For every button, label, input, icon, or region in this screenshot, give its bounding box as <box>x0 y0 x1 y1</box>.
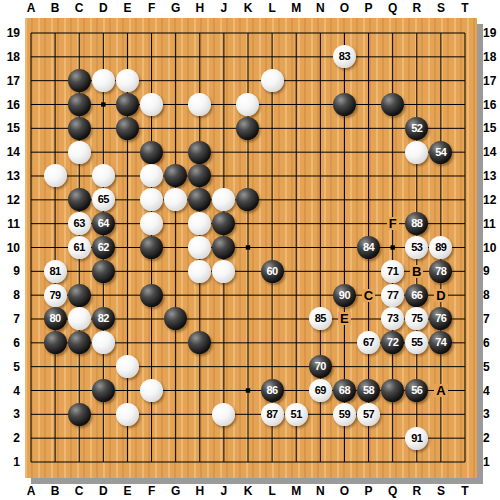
intersection-C11[interactable]: 63 <box>67 212 91 236</box>
intersection-C16[interactable] <box>67 93 91 117</box>
intersection-P10[interactable]: 84 <box>356 236 380 260</box>
intersection-C17[interactable] <box>67 69 91 93</box>
intersection-F14[interactable] <box>140 140 164 164</box>
intersection-O18[interactable]: 83 <box>332 45 356 69</box>
intersection-D16[interactable] <box>91 93 115 117</box>
intersection-G2[interactable] <box>164 426 188 450</box>
intersection-B19[interactable] <box>43 21 67 45</box>
intersection-C1[interactable] <box>67 450 91 474</box>
intersection-Q2[interactable] <box>381 426 405 450</box>
intersection-G11[interactable] <box>164 212 188 236</box>
intersection-O6[interactable] <box>332 331 356 355</box>
intersection-Q15[interactable] <box>381 116 405 140</box>
intersection-D14[interactable] <box>91 140 115 164</box>
intersection-G15[interactable] <box>164 116 188 140</box>
intersection-P17[interactable] <box>356 69 380 93</box>
intersection-S2[interactable] <box>429 426 453 450</box>
intersection-E17[interactable] <box>115 69 139 93</box>
intersection-M11[interactable] <box>284 212 308 236</box>
intersection-D7[interactable]: 82 <box>91 307 115 331</box>
intersection-L10[interactable] <box>260 236 284 260</box>
intersection-A19[interactable] <box>19 21 43 45</box>
intersection-L1[interactable] <box>260 450 284 474</box>
intersection-F1[interactable] <box>140 450 164 474</box>
intersection-E4[interactable] <box>115 379 139 403</box>
intersection-F9[interactable] <box>140 259 164 283</box>
intersection-E16[interactable] <box>115 93 139 117</box>
intersection-F10[interactable] <box>140 236 164 260</box>
intersection-L19[interactable] <box>260 21 284 45</box>
intersection-P1[interactable] <box>356 450 380 474</box>
intersection-E19[interactable] <box>115 21 139 45</box>
intersection-Q6[interactable]: 72 <box>381 331 405 355</box>
intersection-N7[interactable]: 85 <box>308 307 332 331</box>
intersection-R9[interactable]: B <box>405 259 429 283</box>
intersection-R14[interactable] <box>405 140 429 164</box>
intersection-Q9[interactable]: 71 <box>381 259 405 283</box>
intersection-F3[interactable] <box>140 402 164 426</box>
intersection-H19[interactable] <box>188 21 212 45</box>
intersection-J7[interactable] <box>212 307 236 331</box>
intersection-D11[interactable]: 64 <box>91 212 115 236</box>
intersection-M12[interactable] <box>284 188 308 212</box>
intersection-A1[interactable] <box>19 450 43 474</box>
intersection-S16[interactable] <box>429 93 453 117</box>
intersection-O17[interactable] <box>332 69 356 93</box>
intersection-Q10[interactable] <box>381 236 405 260</box>
intersection-H11[interactable] <box>188 212 212 236</box>
intersection-Q17[interactable] <box>381 69 405 93</box>
intersection-B8[interactable]: 79 <box>43 283 67 307</box>
intersection-G14[interactable] <box>164 140 188 164</box>
intersection-T5[interactable] <box>453 355 477 379</box>
intersection-A10[interactable] <box>19 236 43 260</box>
intersection-N9[interactable] <box>308 259 332 283</box>
intersection-T4[interactable] <box>453 379 477 403</box>
intersection-A6[interactable] <box>19 331 43 355</box>
intersection-D18[interactable] <box>91 45 115 69</box>
intersection-N18[interactable] <box>308 45 332 69</box>
intersection-O14[interactable] <box>332 140 356 164</box>
intersection-A11[interactable] <box>19 212 43 236</box>
intersection-D1[interactable] <box>91 450 115 474</box>
intersection-T7[interactable] <box>453 307 477 331</box>
intersection-N1[interactable] <box>308 450 332 474</box>
intersection-J11[interactable] <box>212 212 236 236</box>
intersection-D9[interactable] <box>91 259 115 283</box>
intersection-T8[interactable] <box>453 283 477 307</box>
intersection-Q14[interactable] <box>381 140 405 164</box>
intersection-E5[interactable] <box>115 355 139 379</box>
intersection-S13[interactable] <box>429 164 453 188</box>
intersection-H9[interactable] <box>188 259 212 283</box>
intersection-N4[interactable]: 69 <box>308 379 332 403</box>
intersection-J19[interactable] <box>212 21 236 45</box>
intersection-S9[interactable]: 78 <box>429 259 453 283</box>
intersection-B17[interactable] <box>43 69 67 93</box>
intersection-P13[interactable] <box>356 164 380 188</box>
intersection-B14[interactable] <box>43 140 67 164</box>
intersection-L11[interactable] <box>260 212 284 236</box>
intersection-L6[interactable] <box>260 331 284 355</box>
intersection-K8[interactable] <box>236 283 260 307</box>
intersection-S15[interactable] <box>429 116 453 140</box>
intersection-B16[interactable] <box>43 93 67 117</box>
intersection-D19[interactable] <box>91 21 115 45</box>
intersection-K6[interactable] <box>236 331 260 355</box>
intersection-M18[interactable] <box>284 45 308 69</box>
intersection-J18[interactable] <box>212 45 236 69</box>
intersection-C19[interactable] <box>67 21 91 45</box>
intersection-B13[interactable] <box>43 164 67 188</box>
intersection-J17[interactable] <box>212 69 236 93</box>
intersection-Q7[interactable]: 73 <box>381 307 405 331</box>
intersection-R5[interactable] <box>405 355 429 379</box>
intersection-G10[interactable] <box>164 236 188 260</box>
intersection-H7[interactable] <box>188 307 212 331</box>
intersection-C12[interactable] <box>67 188 91 212</box>
intersection-A8[interactable] <box>19 283 43 307</box>
intersection-D10[interactable]: 62 <box>91 236 115 260</box>
intersection-A9[interactable] <box>19 259 43 283</box>
intersection-S12[interactable] <box>429 188 453 212</box>
intersection-B9[interactable]: 81 <box>43 259 67 283</box>
intersection-M10[interactable] <box>284 236 308 260</box>
intersection-M15[interactable] <box>284 116 308 140</box>
intersection-B7[interactable]: 80 <box>43 307 67 331</box>
intersection-Q13[interactable] <box>381 164 405 188</box>
intersection-Q1[interactable] <box>381 450 405 474</box>
intersection-A7[interactable] <box>19 307 43 331</box>
intersection-H17[interactable] <box>188 69 212 93</box>
intersection-T17[interactable] <box>453 69 477 93</box>
intersection-Q4[interactable] <box>381 379 405 403</box>
intersection-A18[interactable] <box>19 45 43 69</box>
intersection-N16[interactable] <box>308 93 332 117</box>
intersection-F5[interactable] <box>140 355 164 379</box>
intersection-M2[interactable] <box>284 426 308 450</box>
intersection-D4[interactable] <box>91 379 115 403</box>
intersection-H5[interactable] <box>188 355 212 379</box>
intersection-G3[interactable] <box>164 402 188 426</box>
intersection-J3[interactable] <box>212 402 236 426</box>
intersection-P3[interactable]: 57 <box>356 402 380 426</box>
intersection-F12[interactable] <box>140 188 164 212</box>
intersection-F15[interactable] <box>140 116 164 140</box>
intersection-E13[interactable] <box>115 164 139 188</box>
intersection-L3[interactable]: 87 <box>260 402 284 426</box>
intersection-Q18[interactable] <box>381 45 405 69</box>
intersection-E12[interactable] <box>115 188 139 212</box>
intersection-C8[interactable] <box>67 283 91 307</box>
intersection-M9[interactable] <box>284 259 308 283</box>
intersection-K10[interactable] <box>236 236 260 260</box>
intersection-S8[interactable]: D <box>429 283 453 307</box>
intersection-N3[interactable] <box>308 402 332 426</box>
intersection-L5[interactable] <box>260 355 284 379</box>
intersection-D6[interactable] <box>91 331 115 355</box>
intersection-E3[interactable] <box>115 402 139 426</box>
intersection-B1[interactable] <box>43 450 67 474</box>
intersection-R17[interactable] <box>405 69 429 93</box>
intersection-G1[interactable] <box>164 450 188 474</box>
intersection-M6[interactable] <box>284 331 308 355</box>
intersection-A3[interactable] <box>19 402 43 426</box>
intersection-T2[interactable] <box>453 426 477 450</box>
intersection-G8[interactable] <box>164 283 188 307</box>
intersection-S6[interactable]: 74 <box>429 331 453 355</box>
intersection-T9[interactable] <box>453 259 477 283</box>
intersection-K15[interactable] <box>236 116 260 140</box>
intersection-T18[interactable] <box>453 45 477 69</box>
intersection-Q16[interactable] <box>381 93 405 117</box>
intersection-K11[interactable] <box>236 212 260 236</box>
intersection-J16[interactable] <box>212 93 236 117</box>
intersection-H3[interactable] <box>188 402 212 426</box>
intersection-S19[interactable] <box>429 21 453 45</box>
intersection-J6[interactable] <box>212 331 236 355</box>
intersection-P2[interactable] <box>356 426 380 450</box>
intersection-H8[interactable] <box>188 283 212 307</box>
intersection-E1[interactable] <box>115 450 139 474</box>
intersection-K9[interactable] <box>236 259 260 283</box>
intersection-P16[interactable] <box>356 93 380 117</box>
intersection-J5[interactable] <box>212 355 236 379</box>
intersection-L7[interactable] <box>260 307 284 331</box>
intersection-K16[interactable] <box>236 93 260 117</box>
intersection-N17[interactable] <box>308 69 332 93</box>
intersection-H18[interactable] <box>188 45 212 69</box>
intersection-B5[interactable] <box>43 355 67 379</box>
intersection-O4[interactable]: 68 <box>332 379 356 403</box>
intersection-D8[interactable] <box>91 283 115 307</box>
intersection-A2[interactable] <box>19 426 43 450</box>
intersection-N19[interactable] <box>308 21 332 45</box>
intersection-B2[interactable] <box>43 426 67 450</box>
intersection-P19[interactable] <box>356 21 380 45</box>
intersection-O11[interactable] <box>332 212 356 236</box>
intersection-A17[interactable] <box>19 69 43 93</box>
intersection-K5[interactable] <box>236 355 260 379</box>
intersection-M13[interactable] <box>284 164 308 188</box>
intersection-D3[interactable] <box>91 402 115 426</box>
intersection-M14[interactable] <box>284 140 308 164</box>
intersection-R8[interactable]: 66 <box>405 283 429 307</box>
intersection-N14[interactable] <box>308 140 332 164</box>
intersection-H14[interactable] <box>188 140 212 164</box>
intersection-K14[interactable] <box>236 140 260 164</box>
intersection-D15[interactable] <box>91 116 115 140</box>
intersection-H12[interactable] <box>188 188 212 212</box>
intersection-R10[interactable]: 53 <box>405 236 429 260</box>
intersection-J10[interactable] <box>212 236 236 260</box>
intersection-C7[interactable] <box>67 307 91 331</box>
intersection-J2[interactable] <box>212 426 236 450</box>
intersection-H2[interactable] <box>188 426 212 450</box>
intersection-N8[interactable] <box>308 283 332 307</box>
intersection-O10[interactable] <box>332 236 356 260</box>
intersection-G7[interactable] <box>164 307 188 331</box>
intersection-K3[interactable] <box>236 402 260 426</box>
intersection-M8[interactable] <box>284 283 308 307</box>
intersection-H13[interactable] <box>188 164 212 188</box>
intersection-C13[interactable] <box>67 164 91 188</box>
intersection-S18[interactable] <box>429 45 453 69</box>
intersection-A15[interactable] <box>19 116 43 140</box>
intersection-J14[interactable] <box>212 140 236 164</box>
intersection-D2[interactable] <box>91 426 115 450</box>
intersection-A4[interactable] <box>19 379 43 403</box>
intersection-F13[interactable] <box>140 164 164 188</box>
intersection-L17[interactable] <box>260 69 284 93</box>
intersection-S10[interactable]: 89 <box>429 236 453 260</box>
intersection-M4[interactable] <box>284 379 308 403</box>
intersection-P18[interactable] <box>356 45 380 69</box>
intersection-Q8[interactable]: 77 <box>381 283 405 307</box>
intersection-B12[interactable] <box>43 188 67 212</box>
intersection-K18[interactable] <box>236 45 260 69</box>
intersection-S11[interactable] <box>429 212 453 236</box>
intersection-R16[interactable] <box>405 93 429 117</box>
intersection-R11[interactable]: 88 <box>405 212 429 236</box>
intersection-D13[interactable] <box>91 164 115 188</box>
intersection-O8[interactable]: 90 <box>332 283 356 307</box>
intersection-K4[interactable] <box>236 379 260 403</box>
intersection-F17[interactable] <box>140 69 164 93</box>
intersection-L18[interactable] <box>260 45 284 69</box>
intersection-O12[interactable] <box>332 188 356 212</box>
intersection-R18[interactable] <box>405 45 429 69</box>
intersection-E8[interactable] <box>115 283 139 307</box>
intersection-F19[interactable] <box>140 21 164 45</box>
intersection-G12[interactable] <box>164 188 188 212</box>
intersection-G9[interactable] <box>164 259 188 283</box>
intersection-F16[interactable] <box>140 93 164 117</box>
intersection-E10[interactable] <box>115 236 139 260</box>
intersection-G6[interactable] <box>164 331 188 355</box>
intersection-O19[interactable] <box>332 21 356 45</box>
intersection-T1[interactable] <box>453 450 477 474</box>
intersection-M19[interactable] <box>284 21 308 45</box>
intersection-R15[interactable]: 52 <box>405 116 429 140</box>
intersection-B11[interactable] <box>43 212 67 236</box>
intersection-R19[interactable] <box>405 21 429 45</box>
intersection-T11[interactable] <box>453 212 477 236</box>
intersection-H15[interactable] <box>188 116 212 140</box>
intersection-N12[interactable] <box>308 188 332 212</box>
intersection-Q12[interactable] <box>381 188 405 212</box>
intersection-J4[interactable] <box>212 379 236 403</box>
intersection-O7[interactable]: E <box>332 307 356 331</box>
intersection-R4[interactable]: 56 <box>405 379 429 403</box>
intersection-F11[interactable] <box>140 212 164 236</box>
intersection-G5[interactable] <box>164 355 188 379</box>
intersection-J12[interactable] <box>212 188 236 212</box>
intersection-L8[interactable] <box>260 283 284 307</box>
intersection-Q5[interactable] <box>381 355 405 379</box>
intersection-L13[interactable] <box>260 164 284 188</box>
intersection-R6[interactable]: 55 <box>405 331 429 355</box>
intersection-O13[interactable] <box>332 164 356 188</box>
intersection-T15[interactable] <box>453 116 477 140</box>
intersection-F8[interactable] <box>140 283 164 307</box>
intersection-D17[interactable] <box>91 69 115 93</box>
intersection-B4[interactable] <box>43 379 67 403</box>
intersection-C15[interactable] <box>67 116 91 140</box>
intersection-J1[interactable] <box>212 450 236 474</box>
intersection-D12[interactable]: 65 <box>91 188 115 212</box>
intersection-E9[interactable] <box>115 259 139 283</box>
intersection-L9[interactable]: 60 <box>260 259 284 283</box>
intersection-E14[interactable] <box>115 140 139 164</box>
intersection-C4[interactable] <box>67 379 91 403</box>
intersection-S17[interactable] <box>429 69 453 93</box>
intersection-N11[interactable] <box>308 212 332 236</box>
intersection-C9[interactable] <box>67 259 91 283</box>
intersection-B3[interactable] <box>43 402 67 426</box>
intersection-B6[interactable] <box>43 331 67 355</box>
intersection-R3[interactable] <box>405 402 429 426</box>
intersection-P12[interactable] <box>356 188 380 212</box>
intersection-E18[interactable] <box>115 45 139 69</box>
intersection-K7[interactable] <box>236 307 260 331</box>
intersection-T16[interactable] <box>453 93 477 117</box>
intersection-K12[interactable] <box>236 188 260 212</box>
intersection-H4[interactable] <box>188 379 212 403</box>
intersection-T3[interactable] <box>453 402 477 426</box>
intersection-G16[interactable] <box>164 93 188 117</box>
intersection-P4[interactable]: 58 <box>356 379 380 403</box>
intersection-K13[interactable] <box>236 164 260 188</box>
intersection-L4[interactable]: 86 <box>260 379 284 403</box>
intersection-E6[interactable] <box>115 331 139 355</box>
intersection-F2[interactable] <box>140 426 164 450</box>
intersection-T13[interactable] <box>453 164 477 188</box>
intersection-L14[interactable] <box>260 140 284 164</box>
intersection-Q11[interactable]: F <box>381 212 405 236</box>
intersection-K19[interactable] <box>236 21 260 45</box>
intersection-P6[interactable]: 67 <box>356 331 380 355</box>
intersection-S5[interactable] <box>429 355 453 379</box>
intersection-O1[interactable] <box>332 450 356 474</box>
intersection-A5[interactable] <box>19 355 43 379</box>
intersection-T12[interactable] <box>453 188 477 212</box>
intersection-P8[interactable]: C <box>356 283 380 307</box>
intersection-O5[interactable] <box>332 355 356 379</box>
intersection-O2[interactable] <box>332 426 356 450</box>
intersection-E7[interactable] <box>115 307 139 331</box>
intersection-O15[interactable] <box>332 116 356 140</box>
intersection-Q19[interactable] <box>381 21 405 45</box>
intersection-O16[interactable] <box>332 93 356 117</box>
intersection-G19[interactable] <box>164 21 188 45</box>
intersection-E15[interactable] <box>115 116 139 140</box>
intersection-H6[interactable] <box>188 331 212 355</box>
intersection-E2[interactable] <box>115 426 139 450</box>
intersection-C6[interactable] <box>67 331 91 355</box>
intersection-N10[interactable] <box>308 236 332 260</box>
intersection-G17[interactable] <box>164 69 188 93</box>
intersection-F4[interactable] <box>140 379 164 403</box>
intersection-C18[interactable] <box>67 45 91 69</box>
intersection-S7[interactable]: 76 <box>429 307 453 331</box>
intersection-J15[interactable] <box>212 116 236 140</box>
intersection-R1[interactable] <box>405 450 429 474</box>
intersection-N2[interactable] <box>308 426 332 450</box>
intersection-H10[interactable] <box>188 236 212 260</box>
intersection-F18[interactable] <box>140 45 164 69</box>
intersection-O9[interactable] <box>332 259 356 283</box>
